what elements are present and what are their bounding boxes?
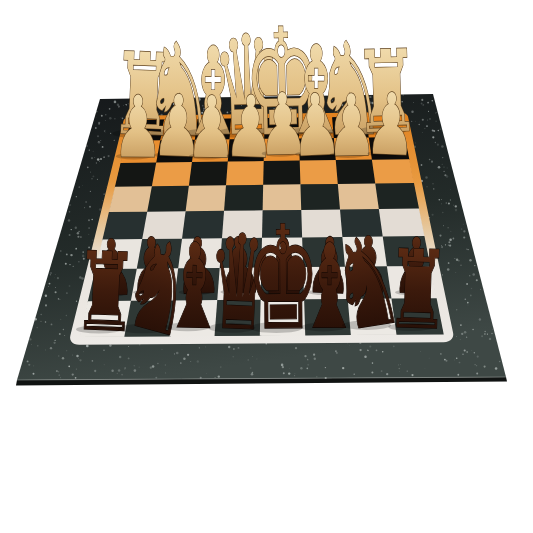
- square-r3-c0[interactable]: [109, 186, 153, 213]
- square-r3-c6[interactable]: [338, 183, 380, 210]
- square-r3-c7[interactable]: [375, 183, 419, 210]
- piece-dark-rook-c7[interactable]: ♜: [384, 226, 452, 354]
- chessboard-photo: ♜♞♝♛♚♝♞♜♟♟♟♟♟♟♟♟♟♟♟♟♟♟♟♟♜♞♝♛♚♝♞♜: [0, 0, 533, 533]
- square-r3-c1[interactable]: [147, 186, 190, 213]
- piece-light-pawn-c7[interactable]: ♟: [364, 74, 418, 175]
- board-canvas: ♜♞♝♛♚♝♞♜♟♟♟♟♟♟♟♟♟♟♟♟♟♟♟♟♜♞♝♛♚♝♞♜: [0, 0, 533, 533]
